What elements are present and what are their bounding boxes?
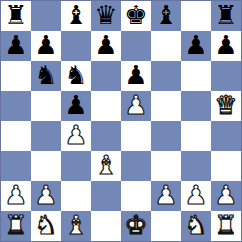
square-b8[interactable] — [31, 1, 61, 31]
white-rook-piece[interactable]: ♜ — [214, 211, 237, 240]
black-pawn-piece[interactable]: ♟ — [34, 31, 57, 60]
square-b1[interactable]: ♞ — [31, 211, 61, 241]
black-pawn-piece[interactable]: ♟ — [184, 31, 207, 60]
square-c2[interactable] — [61, 181, 91, 211]
square-d1[interactable] — [91, 211, 121, 241]
black-bishop-piece[interactable]: ♝ — [154, 1, 177, 30]
white-pawn-piece[interactable]: ♟ — [34, 181, 57, 210]
square-b3[interactable] — [31, 151, 61, 181]
square-a7[interactable]: ♟ — [1, 31, 31, 61]
square-d7[interactable]: ♟ — [91, 31, 121, 61]
square-g3[interactable] — [181, 151, 211, 181]
square-a5[interactable] — [1, 91, 31, 121]
square-e6[interactable]: ♟ — [121, 61, 151, 91]
square-d4[interactable] — [91, 121, 121, 151]
square-f8[interactable]: ♝ — [151, 1, 181, 31]
square-b4[interactable] — [31, 121, 61, 151]
chess-board: ♜♝♛♚♝♜♟♟♟♟♟♞♞♟♟♟♛♟♝♟♟♟♟♟♜♞♝♚♞♜ — [0, 0, 242, 242]
white-king-piece[interactable]: ♚ — [124, 211, 147, 240]
square-a8[interactable]: ♜ — [1, 1, 31, 31]
square-d5[interactable] — [91, 91, 121, 121]
white-pawn-piece[interactable]: ♟ — [4, 181, 27, 210]
square-g6[interactable] — [181, 61, 211, 91]
square-d6[interactable] — [91, 61, 121, 91]
black-rook-piece[interactable]: ♜ — [214, 1, 237, 30]
square-a6[interactable] — [1, 61, 31, 91]
square-d3[interactable]: ♝ — [91, 151, 121, 181]
square-b7[interactable]: ♟ — [31, 31, 61, 61]
square-c4[interactable]: ♟ — [61, 121, 91, 151]
square-g1[interactable]: ♞ — [181, 211, 211, 241]
square-a1[interactable]: ♜ — [1, 211, 31, 241]
black-knight-piece[interactable]: ♞ — [64, 61, 87, 90]
white-pawn-piece[interactable]: ♟ — [124, 91, 147, 120]
white-bishop-piece[interactable]: ♝ — [94, 151, 117, 180]
square-b2[interactable]: ♟ — [31, 181, 61, 211]
square-a4[interactable] — [1, 121, 31, 151]
white-rook-piece[interactable]: ♜ — [4, 211, 27, 240]
square-h2[interactable]: ♟ — [211, 181, 241, 211]
square-c8[interactable]: ♝ — [61, 1, 91, 31]
square-a3[interactable] — [1, 151, 31, 181]
black-pawn-piece[interactable]: ♟ — [214, 31, 237, 60]
black-queen-piece[interactable]: ♛ — [94, 1, 117, 30]
square-a2[interactable]: ♟ — [1, 181, 31, 211]
square-g2[interactable]: ♟ — [181, 181, 211, 211]
square-h1[interactable]: ♜ — [211, 211, 241, 241]
black-pawn-piece[interactable]: ♟ — [124, 61, 147, 90]
square-h8[interactable]: ♜ — [211, 1, 241, 31]
square-h4[interactable] — [211, 121, 241, 151]
square-g5[interactable] — [181, 91, 211, 121]
square-b5[interactable] — [31, 91, 61, 121]
white-pawn-piece[interactable]: ♟ — [214, 181, 237, 210]
square-d8[interactable]: ♛ — [91, 1, 121, 31]
square-e3[interactable] — [121, 151, 151, 181]
square-e5[interactable]: ♟ — [121, 91, 151, 121]
white-knight-piece[interactable]: ♞ — [34, 211, 57, 240]
square-g4[interactable] — [181, 121, 211, 151]
black-pawn-piece[interactable]: ♟ — [64, 91, 87, 120]
square-h3[interactable] — [211, 151, 241, 181]
square-f2[interactable]: ♟ — [151, 181, 181, 211]
square-g8[interactable] — [181, 1, 211, 31]
square-f6[interactable] — [151, 61, 181, 91]
square-h7[interactable]: ♟ — [211, 31, 241, 61]
square-e2[interactable] — [121, 181, 151, 211]
square-c7[interactable] — [61, 31, 91, 61]
black-pawn-piece[interactable]: ♟ — [94, 31, 117, 60]
square-f5[interactable] — [151, 91, 181, 121]
square-f7[interactable] — [151, 31, 181, 61]
square-e1[interactable]: ♚ — [121, 211, 151, 241]
square-e7[interactable] — [121, 31, 151, 61]
square-c3[interactable] — [61, 151, 91, 181]
square-f4[interactable] — [151, 121, 181, 151]
square-d2[interactable] — [91, 181, 121, 211]
black-king-piece[interactable]: ♚ — [124, 1, 147, 30]
black-rook-piece[interactable]: ♜ — [4, 1, 27, 30]
chess-app: ♜♝♛♚♝♜♟♟♟♟♟♞♞♟♟♟♛♟♝♟♟♟♟♟♜♞♝♚♞♜ — [0, 0, 242, 242]
white-pawn-piece[interactable]: ♟ — [64, 121, 87, 150]
black-bishop-piece[interactable]: ♝ — [64, 1, 87, 30]
square-e8[interactable]: ♚ — [121, 1, 151, 31]
white-queen-piece[interactable]: ♛ — [214, 91, 237, 120]
square-h5[interactable]: ♛ — [211, 91, 241, 121]
white-knight-piece[interactable]: ♞ — [184, 211, 207, 240]
square-g7[interactable]: ♟ — [181, 31, 211, 61]
square-b6[interactable]: ♞ — [31, 61, 61, 91]
square-c6[interactable]: ♞ — [61, 61, 91, 91]
square-c1[interactable]: ♝ — [61, 211, 91, 241]
square-c5[interactable]: ♟ — [61, 91, 91, 121]
black-pawn-piece[interactable]: ♟ — [4, 31, 27, 60]
square-f3[interactable] — [151, 151, 181, 181]
white-bishop-piece[interactable]: ♝ — [64, 211, 87, 240]
square-h6[interactable] — [211, 61, 241, 91]
white-pawn-piece[interactable]: ♟ — [154, 181, 177, 210]
white-pawn-piece[interactable]: ♟ — [184, 181, 207, 210]
square-f1[interactable] — [151, 211, 181, 241]
square-e4[interactable] — [121, 121, 151, 151]
black-knight-piece[interactable]: ♞ — [34, 61, 57, 90]
